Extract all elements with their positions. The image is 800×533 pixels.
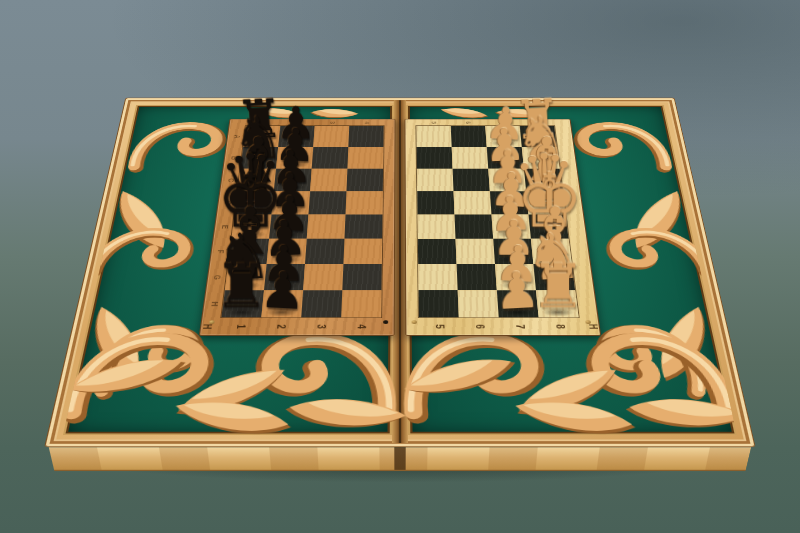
- scene-3d: 1234 ABCDEFGH ♜♟♞♟♝♟♛♟♚♟♝♟♞♟♜♟ 1234H 567…: [0, 0, 800, 533]
- far-rank-label: 7: [498, 121, 505, 123]
- brass-pin: [209, 320, 215, 324]
- square-d3[interactable]: [308, 191, 346, 214]
- square-e6[interactable]: [455, 215, 494, 239]
- far-rank-label: 3: [328, 121, 335, 123]
- chessboard: 1234 ABCDEFGH ♜♟♞♟♝♟♛♟♚♟♝♟♞♟♜♟ 1234H 567…: [199, 119, 601, 336]
- square-a6[interactable]: [451, 126, 487, 147]
- rank-labels-left: 1234H: [219, 317, 381, 335]
- rank-label-8: 8: [554, 324, 566, 329]
- rank-label-4: 4: [355, 324, 367, 329]
- square-h1[interactable]: ♜: [221, 290, 264, 317]
- far-rank-label: 6: [464, 121, 471, 123]
- square-b5[interactable]: [417, 147, 453, 169]
- brass-pin: [585, 320, 591, 324]
- box-front-edge: [49, 447, 751, 471]
- board-half-right: 5678 ♟♜♟♞♟♝♟♛♟♚♟♝♟♞♟♜ 5678H: [405, 119, 602, 336]
- square-h4[interactable]: [341, 290, 381, 317]
- corner-file-label: H: [587, 324, 599, 329]
- board-grid-right: ♟♜♟♞♟♝♟♛♟♚♟♝♟♞♟♜: [416, 126, 578, 317]
- rank-label-1: 1: [234, 324, 246, 329]
- file-label-a: A: [232, 135, 241, 139]
- board-half-left: 1234 ABCDEFGH ♜♟♞♟♝♟♛♟♚♟♝♟♞♟♜♟ 1234H: [199, 119, 396, 336]
- square-d6[interactable]: [454, 191, 492, 214]
- photo-scene: 1234 ABCDEFGH ♜♟♞♟♝♟♛♟♚♟♝♟♞♟♜♟ 1234H 567…: [0, 0, 800, 533]
- rank-label-7: 7: [513, 324, 525, 329]
- piece-black-rook[interactable]: ♜: [214, 257, 269, 315]
- square-d4[interactable]: [345, 191, 382, 214]
- far-rank-label: 1: [260, 121, 268, 123]
- board-grid-left: ♜♟♞♟♝♟♛♟♚♟♝♟♞♟♜♟: [221, 126, 383, 317]
- square-a5[interactable]: [416, 126, 451, 147]
- square-h5[interactable]: [419, 290, 459, 317]
- piece-white-rook[interactable]: ♜: [531, 257, 586, 315]
- square-h3[interactable]: [301, 290, 342, 317]
- rank-label-5: 5: [433, 324, 445, 329]
- rank-labels-right: 5678H: [419, 317, 581, 335]
- rank-label-3: 3: [315, 324, 327, 329]
- square-a3[interactable]: [313, 126, 349, 147]
- carved-chess-box: 1234 ABCDEFGH ♜♟♞♟♝♟♛♟♚♟♝♟♞♟♜♟ 1234H 567…: [44, 98, 756, 447]
- brass-pin: [412, 320, 417, 324]
- square-b3[interactable]: [312, 147, 349, 169]
- rank-label-2: 2: [275, 324, 287, 329]
- dark-pin: [383, 320, 388, 324]
- far-rank-label: 8: [533, 121, 541, 123]
- square-b4[interactable]: [347, 147, 383, 169]
- square-h8[interactable]: ♜: [536, 290, 579, 317]
- rank-label-6: 6: [473, 324, 485, 329]
- far-rank-label: 4: [363, 121, 370, 123]
- far-rank-label: 2: [294, 121, 301, 123]
- square-a4[interactable]: [348, 126, 383, 147]
- square-d5[interactable]: [417, 191, 454, 214]
- square-e4[interactable]: [344, 215, 382, 239]
- file-label-c: C: [226, 178, 235, 182]
- square-h6[interactable]: [458, 290, 499, 317]
- file-label-b: B: [229, 156, 238, 160]
- corner-file-label: H: [201, 324, 213, 329]
- square-e5[interactable]: [418, 215, 456, 239]
- square-e3[interactable]: [307, 215, 346, 239]
- square-b6[interactable]: [452, 147, 489, 169]
- far-rank-label: 5: [430, 121, 437, 123]
